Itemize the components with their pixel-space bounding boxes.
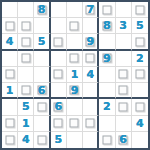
given-digit: 2 (136, 53, 144, 64)
sudoku-cell-r3c9[interactable] (132, 34, 148, 50)
sudoku-cell-r2c8[interactable]: 3 (116, 18, 132, 34)
square-marker-icon (119, 70, 128, 79)
square-marker-icon (5, 135, 14, 144)
sudoku-cell-r4c9[interactable]: 2 (132, 51, 148, 67)
square-marker-icon (54, 70, 63, 79)
square-marker-icon (86, 119, 95, 128)
sudoku-cell-r5c1[interactable] (2, 67, 18, 83)
given-digit: 6 (54, 101, 62, 112)
given-digit: 4 (6, 36, 14, 47)
given-digit: 9 (86, 36, 94, 47)
sudoku-cell-r2c1[interactable] (2, 18, 18, 34)
sudoku-cell-r6c6[interactable] (83, 83, 99, 99)
sudoku-cell-r2c5[interactable] (67, 18, 83, 34)
sudoku-cell-r3c2[interactable] (18, 34, 34, 50)
sudoku-cell-r1c5[interactable] (67, 2, 83, 18)
sudoku-cell-r9c1[interactable] (2, 132, 18, 148)
given-digit: 1 (71, 69, 79, 80)
sudoku-cell-r4c6[interactable] (83, 51, 99, 67)
square-marker-icon (21, 86, 30, 95)
sudoku-cell-r1c9[interactable] (132, 2, 148, 18)
sudoku-cell-r7c4[interactable]: 6 (51, 99, 67, 115)
square-marker-icon (119, 86, 128, 95)
sudoku-cell-r8c2[interactable]: 1 (18, 116, 34, 132)
given-digit: 8 (38, 4, 46, 15)
sudoku-cell-r8c4[interactable] (51, 116, 67, 132)
sudoku-cell-r7c5[interactable] (67, 99, 83, 115)
sudoku-cell-r2c6[interactable] (83, 18, 99, 34)
sudoku-cell-r7c6[interactable] (83, 99, 99, 115)
sudoku-cell-r6c2[interactable] (18, 83, 34, 99)
given-digit: 4 (86, 69, 94, 80)
sudoku-cell-r9c5[interactable] (67, 132, 83, 148)
square-marker-icon (5, 119, 14, 128)
sudoku-cell-r1c6[interactable]: 7 (83, 2, 99, 18)
sudoku-cell-r1c8[interactable] (116, 2, 132, 18)
sudoku-cell-r8c6[interactable] (83, 116, 99, 132)
sudoku-cell-r6c9[interactable] (132, 83, 148, 99)
sudoku-cell-r6c1[interactable]: 1 (2, 83, 18, 99)
sudoku-cell-r2c3[interactable] (34, 18, 50, 34)
given-digit: 1 (22, 118, 30, 129)
sudoku-board: 87835459921416956214456 (0, 0, 150, 150)
square-marker-icon (70, 119, 79, 128)
sudoku-cell-r6c3[interactable]: 6 (34, 83, 50, 99)
sudoku-cell-r4c3[interactable] (34, 51, 50, 67)
sudoku-cell-r6c7[interactable] (99, 83, 115, 99)
square-marker-icon (54, 37, 63, 46)
given-digit: 7 (86, 4, 94, 15)
sudoku-cell-r7c1[interactable] (2, 99, 18, 115)
square-marker-icon (135, 37, 144, 46)
sudoku-cell-r8c9[interactable]: 4 (132, 116, 148, 132)
square-marker-icon (70, 54, 79, 63)
sudoku-cell-r9c3[interactable] (34, 132, 50, 148)
given-digit: 5 (136, 20, 144, 31)
given-digit: 3 (119, 20, 127, 31)
sudoku-cell-r9c9[interactable] (132, 132, 148, 148)
sudoku-cell-r6c8[interactable] (116, 83, 132, 99)
square-marker-icon (102, 135, 111, 144)
square-marker-icon (119, 102, 128, 111)
sudoku-cell-r9c8[interactable]: 6 (116, 132, 132, 148)
sudoku-cell-r3c1[interactable]: 4 (2, 34, 18, 50)
sudoku-cell-r8c3[interactable] (34, 116, 50, 132)
sudoku-cell-r3c5[interactable] (67, 34, 83, 50)
square-marker-icon (70, 21, 79, 30)
given-digit: 5 (22, 101, 30, 112)
given-digit: 1 (6, 85, 14, 96)
square-marker-icon (21, 54, 30, 63)
sudoku-cell-r2c2[interactable] (18, 18, 34, 34)
square-marker-icon (135, 5, 144, 14)
sudoku-cell-r1c4[interactable] (51, 2, 67, 18)
sudoku-cell-r2c7[interactable]: 8 (99, 18, 115, 34)
given-digit: 2 (103, 101, 111, 112)
sudoku-cell-r7c8[interactable] (116, 99, 132, 115)
sudoku-cell-r1c1[interactable] (2, 2, 18, 18)
sudoku-cell-r1c7[interactable] (99, 2, 115, 18)
square-marker-icon (54, 119, 63, 128)
sudoku-cell-r3c6[interactable]: 9 (83, 34, 99, 50)
sudoku-cell-r5c7[interactable] (99, 67, 115, 83)
sudoku-cell-r9c6[interactable] (83, 132, 99, 148)
sudoku-cell-r4c4[interactable] (51, 51, 67, 67)
given-digit: 6 (38, 85, 46, 96)
sudoku-cell-r7c9[interactable] (132, 99, 148, 115)
given-digit: 5 (38, 36, 46, 47)
sudoku-cell-r8c7[interactable] (99, 116, 115, 132)
sudoku-cell-r8c8[interactable] (116, 116, 132, 132)
square-marker-icon (5, 21, 14, 30)
square-marker-icon (37, 135, 46, 144)
square-marker-icon (86, 54, 95, 63)
sudoku-cell-r9c7[interactable] (99, 132, 115, 148)
sudoku-cell-r9c4[interactable]: 5 (51, 132, 67, 148)
square-marker-icon (37, 102, 46, 111)
given-digit: 4 (22, 134, 30, 145)
given-digit: 4 (136, 118, 144, 129)
sudoku-cell-r4c2[interactable] (18, 51, 34, 67)
given-digit: 6 (119, 134, 127, 145)
sudoku-cell-r9c2[interactable]: 4 (18, 132, 34, 148)
square-marker-icon (135, 70, 144, 79)
sudoku-cell-r8c5[interactable] (67, 116, 83, 132)
given-digit: 8 (103, 20, 111, 31)
sudoku-cell-r5c5[interactable]: 1 (67, 67, 83, 83)
sudoku-cell-r7c3[interactable] (34, 99, 50, 115)
sudoku-cell-r5c9[interactable] (132, 67, 148, 83)
sudoku-cell-r4c8[interactable] (116, 51, 132, 67)
square-marker-icon (21, 21, 30, 30)
sudoku-cell-r4c1[interactable] (2, 51, 18, 67)
given-digit: 9 (71, 85, 79, 96)
given-digit: 5 (54, 134, 62, 145)
sudoku-cell-r5c8[interactable] (116, 67, 132, 83)
sudoku-cell-r1c3[interactable]: 8 (34, 2, 50, 18)
sudoku-cell-r4c7[interactable]: 9 (99, 51, 115, 67)
sudoku-cell-r2c9[interactable]: 5 (132, 18, 148, 34)
sudoku-cell-r5c4[interactable] (51, 67, 67, 83)
given-digit: 9 (103, 53, 111, 64)
sudoku-cell-r3c3[interactable]: 5 (34, 34, 50, 50)
sudoku-cell-r5c3[interactable] (34, 67, 50, 83)
sudoku-cell-r2c4[interactable] (51, 18, 67, 34)
sudoku-cell-r6c5[interactable]: 9 (67, 83, 83, 99)
sudoku-cell-r5c6[interactable]: 4 (83, 67, 99, 83)
sudoku-cell-r7c7[interactable]: 2 (99, 99, 115, 115)
square-marker-icon (102, 5, 111, 14)
square-marker-icon (135, 102, 144, 111)
sudoku-cell-r1c2[interactable] (18, 2, 34, 18)
sudoku-cell-r3c7[interactable] (99, 34, 115, 50)
sudoku-cell-r5c2[interactable] (18, 67, 34, 83)
sudoku-cell-r7c2[interactable]: 5 (18, 99, 34, 115)
square-marker-icon (5, 70, 14, 79)
sudoku-cell-r3c8[interactable] (116, 34, 132, 50)
sudoku-cell-r8c1[interactable] (2, 116, 18, 132)
sudoku-cell-r4c5[interactable] (67, 51, 83, 67)
sudoku-cell-r6c4[interactable] (51, 83, 67, 99)
sudoku-cell-r3c4[interactable] (51, 34, 67, 50)
square-marker-icon (21, 37, 30, 46)
